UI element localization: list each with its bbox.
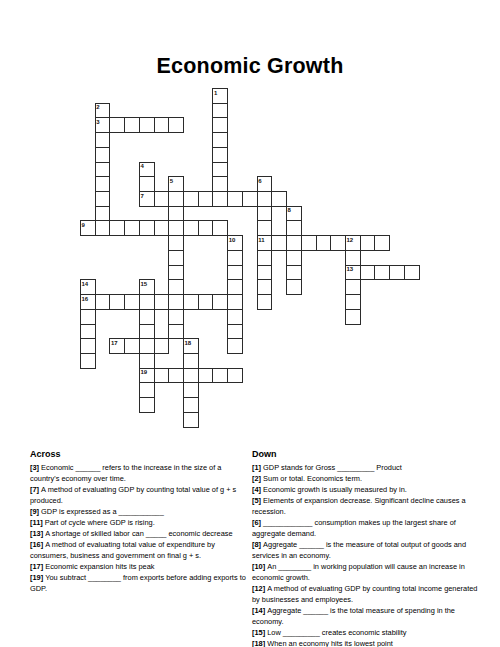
grid-cell-r9c7[interactable]: [183, 220, 199, 236]
grid-cell-r1c1[interactable]: [95, 103, 111, 119]
grid-cell-r7c1[interactable]: [95, 191, 111, 207]
grid-cell-r10c16[interactable]: [316, 235, 332, 251]
crossword-grid: 12345678910111213141516171819: [80, 88, 420, 428]
grid-cell-r7c8[interactable]: [198, 191, 214, 207]
grid-cell-r2c1[interactable]: [95, 117, 111, 133]
clue-across-7: [7] A method of evaluating GDP by counti…: [30, 484, 249, 506]
grid-cell-r14c4[interactable]: [139, 294, 155, 310]
grid-cell-r1c9[interactable]: [212, 103, 228, 119]
puzzle-title: Economic Growth: [0, 54, 500, 79]
clue-across-11: [11] Part of cycle where GDP is rising.: [30, 517, 249, 528]
grid-cell-r10c6[interactable]: [168, 235, 184, 251]
clue-down-2: [2] Sum or total. Economics term.: [252, 473, 479, 484]
grid-cell-r6c4[interactable]: [139, 176, 155, 192]
grid-cell-r6c9[interactable]: [212, 176, 228, 192]
grid-cell-r19c5[interactable]: [154, 368, 170, 384]
clue-down-5: [5] Elements of expansion decrease. Sign…: [252, 495, 479, 517]
grid-cell-r6c12[interactable]: [257, 176, 273, 192]
grid-cell-r5c4[interactable]: [139, 162, 155, 178]
grid-cell-r12c6[interactable]: [168, 265, 184, 281]
grid-cell-r10c13[interactable]: [271, 235, 287, 251]
clue-across-9: [9] GDP is expressed as a ___________: [30, 506, 249, 517]
grid-cell-r6c1[interactable]: [95, 176, 111, 192]
grid-cell-r9c2[interactable]: [109, 220, 125, 236]
grid-cell-r12c18[interactable]: [345, 265, 361, 281]
grid-cell-r13c18[interactable]: [345, 279, 361, 295]
grid-cell-r9c4[interactable]: [139, 220, 155, 236]
grid-cell-r6c6[interactable]: [168, 176, 184, 192]
grid-cell-r17c5[interactable]: [154, 338, 170, 354]
clue-across-16: [16] A method of evaluating total value …: [30, 539, 249, 561]
grid-cell-r19c6[interactable]: [168, 368, 184, 384]
clue-down-10: [10] An ________ in working population w…: [252, 561, 479, 583]
grid-cell-r0c9[interactable]: [212, 88, 228, 104]
clue-down-12: [12] A method of evaluating GDP by count…: [252, 583, 479, 605]
across-header: Across: [30, 448, 249, 460]
grid-cell-r7c9[interactable]: [212, 191, 228, 207]
grid-cell-r2c5[interactable]: [154, 117, 170, 133]
grid-cell-r4c9[interactable]: [212, 147, 228, 163]
grid-cell-r14c18[interactable]: [345, 294, 361, 310]
grid-cell-r17c3[interactable]: [124, 338, 140, 354]
grid-cell-r13c14[interactable]: [286, 279, 302, 295]
grid-cell-r9c1[interactable]: [95, 220, 111, 236]
grid-cell-r9c9[interactable]: [212, 220, 228, 236]
clue-down-8: [8] Aggregate ______ is the measure of t…: [252, 539, 479, 561]
grid-cell-r14c6[interactable]: [168, 294, 184, 310]
clue-down-14: [14] Aggregate ______ is the total measu…: [252, 605, 479, 627]
down-clues-section: Down [1] GDP stands for Gross _________ …: [252, 448, 479, 647]
grid-cell-r13c10[interactable]: [227, 279, 243, 295]
grid-cell-r7c10[interactable]: [227, 191, 243, 207]
grid-cell-r7c4[interactable]: [139, 191, 155, 207]
across-clues-list: [3] Economic ______ refers to the increa…: [30, 462, 249, 594]
grid-cell-r19c9[interactable]: [212, 368, 228, 384]
grid-cell-r17c2[interactable]: [109, 338, 125, 354]
clue-down-1: [1] GDP stands for Gross _________ Produ…: [252, 462, 479, 473]
clue-down-6: [6] ____________ consumption makes up th…: [252, 517, 479, 539]
grid-cell-r11c18[interactable]: [345, 250, 361, 266]
grid-cell-r13c6[interactable]: [168, 279, 184, 295]
grid-cell-r16c10[interactable]: [227, 324, 243, 340]
grid-cell-r10c12[interactable]: [257, 235, 273, 251]
grid-cell-r16c6[interactable]: [168, 324, 184, 340]
grid-cell-r10c10[interactable]: [227, 235, 243, 251]
grid-cell-r12c21[interactable]: [389, 265, 405, 281]
grid-cell-r5c1[interactable]: [95, 162, 111, 178]
grid-cell-r15c4[interactable]: [139, 309, 155, 325]
grid-cell-r10c20[interactable]: [374, 235, 390, 251]
clue-down-18: [18] When an economy hits its lowest poi…: [252, 638, 479, 647]
grid-cell-r7c5[interactable]: [154, 191, 170, 207]
across-clues-section: Across [3] Economic ______ refers to the…: [30, 448, 249, 594]
grid-cell-r12c22[interactable]: [404, 265, 420, 281]
grid-cell-r9c12[interactable]: [257, 220, 273, 236]
grid-cell-r22c7[interactable]: [183, 412, 199, 428]
grid-cell-r7c13[interactable]: [271, 191, 287, 207]
grid-cell-r21c4[interactable]: [139, 397, 155, 413]
grid-cell-r4c1[interactable]: [95, 147, 111, 163]
grid-cell-r9c6[interactable]: [168, 220, 184, 236]
grid-cell-r13c12[interactable]: [257, 279, 273, 295]
grid-cell-r7c11[interactable]: [242, 191, 258, 207]
grid-cell-r19c10[interactable]: [227, 368, 243, 384]
grid-cell-r8c6[interactable]: [168, 206, 184, 222]
grid-cell-r18c4[interactable]: [139, 353, 155, 369]
grid-cell-r11c12[interactable]: [257, 250, 273, 266]
clue-down-4: [4] Economic growth is usually measured …: [252, 484, 479, 495]
grid-cell-r12c12[interactable]: [257, 265, 273, 281]
grid-cell-r20c4[interactable]: [139, 382, 155, 398]
clue-down-15: [15] Low _________ creates economic stab…: [252, 627, 479, 638]
grid-cell-r12c10[interactable]: [227, 265, 243, 281]
grid-cell-r12c14[interactable]: [286, 265, 302, 281]
grid-cell-r14c2[interactable]: [109, 294, 125, 310]
grid-cell-r12c20[interactable]: [374, 265, 390, 281]
grid-cell-r7c7[interactable]: [183, 191, 199, 207]
grid-cell-r19c8[interactable]: [198, 368, 214, 384]
grid-cell-r3c1[interactable]: [95, 132, 111, 148]
grid-cell-r10c17[interactable]: [330, 235, 346, 251]
grid-cell-r18c0[interactable]: [80, 353, 96, 369]
grid-cell-r17c0[interactable]: [80, 338, 96, 354]
clue-across-17: [17] Economic expansion hits its peak: [30, 561, 249, 572]
page: Economic Growth 123456789101112131415161…: [0, 0, 500, 647]
grid-cell-r14c1[interactable]: [95, 294, 111, 310]
grid-cell-r15c18[interactable]: [345, 309, 361, 325]
grid-cell-r3c9[interactable]: [212, 132, 228, 148]
grid-cell-r8c12[interactable]: [257, 206, 273, 222]
grid-cell-r9c3[interactable]: [124, 220, 140, 236]
grid-cell-r15c6[interactable]: [168, 309, 184, 325]
clue-across-13: [13] A shortage of skilled labor can ___…: [30, 528, 249, 539]
grid-cell-r9c0[interactable]: [80, 220, 96, 236]
down-clues-list: [1] GDP stands for Gross _________ Produ…: [252, 462, 479, 647]
grid-cell-r10c18[interactable]: [345, 235, 361, 251]
grid-cell-r12c19[interactable]: [360, 265, 376, 281]
grid-cell-r16c0[interactable]: [80, 324, 96, 340]
grid-cell-r17c10[interactable]: [227, 338, 243, 354]
grid-cell-r9c14[interactable]: [286, 220, 302, 236]
grid-cell-r19c7[interactable]: [183, 368, 199, 384]
grid-cell-r7c6[interactable]: [168, 191, 184, 207]
grid-cell-r11c6[interactable]: [168, 250, 184, 266]
grid-cell-r14c10[interactable]: [227, 294, 243, 310]
grid-cell-r2c4[interactable]: [139, 117, 155, 133]
grid-cell-r9c8[interactable]: [198, 220, 214, 236]
grid-cell-r10c14[interactable]: [286, 235, 302, 251]
grid-cell-r7c12[interactable]: [257, 191, 273, 207]
down-header: Down: [252, 448, 479, 460]
grid-cell-r17c4[interactable]: [139, 338, 155, 354]
grid-cell-r8c1[interactable]: [95, 206, 111, 222]
grid-cell-r16c4[interactable]: [139, 324, 155, 340]
grid-cell-r2c2[interactable]: [109, 117, 125, 133]
grid-cell-r2c6[interactable]: [168, 117, 184, 133]
grid-cell-r10c19[interactable]: [360, 235, 376, 251]
grid-cell-r20c7[interactable]: [183, 382, 199, 398]
grid-cell-r14c9[interactable]: [212, 294, 228, 310]
grid-cell-r15c10[interactable]: [227, 309, 243, 325]
grid-cell-r14c3[interactable]: [124, 294, 140, 310]
grid-cell-r9c5[interactable]: [154, 220, 170, 236]
grid-cell-r14c7[interactable]: [183, 294, 199, 310]
grid-cell-r18c7[interactable]: [183, 353, 199, 369]
grid-cell-r13c0[interactable]: [80, 279, 96, 295]
grid-cell-r11c14[interactable]: [286, 250, 302, 266]
grid-cell-r19c4[interactable]: [139, 368, 155, 384]
grid-cell-r10c15[interactable]: [301, 235, 317, 251]
grid-cell-r2c3[interactable]: [124, 117, 140, 133]
grid-cell-r15c0[interactable]: [80, 309, 96, 325]
grid-cell-r14c0[interactable]: [80, 294, 96, 310]
grid-cell-r14c12[interactable]: [257, 294, 273, 310]
grid-cell-r13c4[interactable]: [139, 279, 155, 295]
grid-cell-r11c10[interactable]: [227, 250, 243, 266]
grid-cell-r5c9[interactable]: [212, 162, 228, 178]
grid-cell-r8c14[interactable]: [286, 206, 302, 222]
clue-across-3: [3] Economic ______ refers to the increa…: [30, 462, 249, 484]
grid-cell-r14c8[interactable]: [198, 294, 214, 310]
grid-cell-r21c7[interactable]: [183, 397, 199, 413]
grid-cell-r2c9[interactable]: [212, 117, 228, 133]
grid-cell-r17c7[interactable]: [183, 338, 199, 354]
grid-cell-r14c5[interactable]: [154, 294, 170, 310]
clue-across-19: [19] You subtract ________ from exports …: [30, 572, 249, 594]
